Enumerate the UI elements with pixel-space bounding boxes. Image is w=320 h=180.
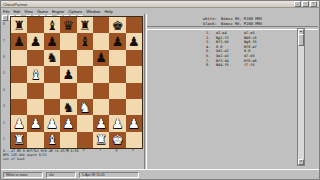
square-a1[interactable]: ♜ <box>11 132 27 148</box>
square-h2[interactable]: ♟ <box>126 115 142 131</box>
move-list[interactable]: 1.e2-e4e7-e52.Ng1-f3Nb8-c63.Bf1-b5Ng8-f6… <box>206 31 306 68</box>
square-c2[interactable]: ♟ <box>44 115 60 131</box>
square-h4[interactable] <box>126 83 142 99</box>
piece-black-rook: ♜ <box>79 19 91 32</box>
piece-white-pawn: ♟ <box>46 117 58 130</box>
square-d5[interactable]: ♟ <box>60 66 76 82</box>
square-e6[interactable] <box>77 50 93 66</box>
piece-black-knight: ♞ <box>63 101 75 114</box>
square-a2[interactable]: ♟ <box>11 115 27 131</box>
square-e1[interactable] <box>77 132 93 148</box>
piece-black-queen: ♛ <box>63 19 75 32</box>
square-g6[interactable] <box>109 50 125 66</box>
square-b3[interactable] <box>27 99 43 115</box>
square-b2[interactable]: ♟ <box>27 115 43 131</box>
square-d8[interactable]: ♛ <box>60 17 76 33</box>
menu-help[interactable]: Help <box>104 9 112 14</box>
square-c1[interactable]: ♝ <box>44 132 60 148</box>
square-f7[interactable] <box>93 33 109 49</box>
square-f2[interactable]: ♟ <box>93 115 109 131</box>
square-c6[interactable]: ♞ <box>44 50 60 66</box>
notation-panel-inner: white: Nimzo 98, P200 MMX black: Nimzo 9… <box>146 14 318 169</box>
square-b8[interactable] <box>27 17 43 33</box>
piece-white-bishop: ♝ <box>30 68 42 81</box>
window-title: ChessPartner <box>3 2 294 7</box>
square-b1[interactable] <box>27 132 43 148</box>
scroll-down-icon[interactable]: ▼ <box>298 159 304 165</box>
app-window: ChessPartner _□× FileEditViewGameEngineO… <box>0 0 320 180</box>
piece-black-pawn: ♟ <box>128 35 140 48</box>
square-c8[interactable]: ♝ <box>44 17 60 33</box>
piece-black-bishop: ♝ <box>79 35 91 48</box>
status-bar: White to moveelo:5-Apr-98 15:05 <box>1 169 319 179</box>
square-g7[interactable]: ♟ <box>109 33 125 49</box>
square-d7[interactable] <box>60 33 76 49</box>
menu-options[interactable]: Options <box>68 9 82 14</box>
move-number: 8. <box>206 63 216 68</box>
square-a8[interactable]: ♜ <box>11 17 27 33</box>
square-g5[interactable] <box>109 66 125 82</box>
square-b7[interactable]: ♟ <box>27 33 43 49</box>
square-d1[interactable] <box>60 132 76 148</box>
square-g1[interactable]: ♚ <box>109 132 125 148</box>
rank-label-8: 8 <box>3 16 9 32</box>
rank-label-6: 6 <box>3 49 9 65</box>
square-a4[interactable] <box>11 83 27 99</box>
move-row[interactable]: 8.Nd4-f5f7-f6 <box>206 63 306 68</box>
piece-white-bishop: ♝ <box>46 133 58 146</box>
square-d3[interactable]: ♞ <box>60 99 76 115</box>
square-e2[interactable] <box>77 115 93 131</box>
square-g2[interactable]: ♟ <box>109 115 125 131</box>
rank-labels: 87654321 <box>3 16 9 147</box>
square-f6[interactable]: ♟ <box>93 50 109 66</box>
piece-white-pawn: ♟ <box>13 117 25 130</box>
piece-white-knight: ♞ <box>79 101 91 114</box>
rank-label-4: 4 <box>3 82 9 98</box>
square-h7[interactable]: ♟ <box>126 33 142 49</box>
players-header: white: Nimzo 98, P200 MMX black: Nimzo 9… <box>203 16 262 26</box>
square-a7[interactable]: ♟ <box>11 33 27 49</box>
rank-label-3: 3 <box>3 98 9 114</box>
minimize-button[interactable]: _ <box>294 1 301 7</box>
chess-board[interactable]: ♜♝♛♜♚♟♟♟♝♟♟♞♟♝♟♞♞♟♟♟♟♟♟♟♜♝♜♚ <box>10 16 143 149</box>
menu-window[interactable]: Window <box>86 9 100 14</box>
piece-white-pawn: ♟ <box>95 117 107 130</box>
rank-label-7: 7 <box>3 32 9 48</box>
piece-white-pawn: ♟ <box>112 117 124 130</box>
square-d2[interactable]: ♟ <box>60 115 76 131</box>
menu-file[interactable]: File <box>3 9 9 14</box>
piece-white-pawn: ♟ <box>63 117 75 130</box>
square-c4[interactable] <box>44 83 60 99</box>
square-f1[interactable]: ♜ <box>93 132 109 148</box>
square-f3[interactable] <box>93 99 109 115</box>
square-e3[interactable]: ♞ <box>77 99 93 115</box>
square-f4[interactable] <box>93 83 109 99</box>
maximize-button[interactable]: □ <box>302 1 309 7</box>
square-e8[interactable]: ♜ <box>77 17 93 33</box>
square-c3[interactable] <box>44 99 60 115</box>
engine-output-line: out of book <box>3 158 143 162</box>
title-bar[interactable]: ChessPartner _□× <box>1 1 319 8</box>
square-b5[interactable]: ♝ <box>27 66 43 82</box>
square-a5[interactable] <box>11 66 27 82</box>
menu-view[interactable]: View <box>24 9 33 14</box>
rank-label-1: 1 <box>3 131 9 147</box>
square-b6[interactable] <box>27 50 43 66</box>
piece-white-rook: ♜ <box>13 133 25 146</box>
black-move[interactable]: f7-f6 <box>244 63 272 68</box>
piece-black-pawn: ♟ <box>30 35 42 48</box>
square-f8[interactable] <box>93 17 109 33</box>
menu-engine[interactable]: Engine <box>52 9 64 14</box>
square-h6[interactable] <box>126 50 142 66</box>
rank-label-2: 2 <box>3 114 9 130</box>
square-d4[interactable] <box>60 83 76 99</box>
square-g8[interactable]: ♚ <box>109 17 125 33</box>
piece-black-king: ♚ <box>112 19 124 32</box>
square-g4[interactable] <box>109 83 125 99</box>
engine-output: 8...d7-d5 9.Nf5-e3 Rf8-e8 +0.45/9 0:58NP… <box>3 150 143 162</box>
square-c5[interactable] <box>44 66 60 82</box>
square-h8[interactable] <box>126 17 142 33</box>
square-e4[interactable] <box>77 83 93 99</box>
piece-black-pawn: ♟ <box>46 35 58 48</box>
rank-label-5: 5 <box>3 65 9 81</box>
status-segment-2: 5-Apr-98 15:05 <box>79 172 139 178</box>
piece-black-knight: ♞ <box>46 51 58 64</box>
square-c7[interactable]: ♟ <box>44 33 60 49</box>
close-button[interactable]: × <box>310 1 317 7</box>
piece-white-king: ♚ <box>112 133 124 146</box>
window-buttons: _□× <box>294 1 317 7</box>
status-segment-0: White to move <box>3 172 43 178</box>
square-d6[interactable] <box>60 50 76 66</box>
notation-panel: white: Nimzo 98, P200 MMX black: Nimzo 9… <box>144 14 318 169</box>
move-list-scrollbar[interactable]: ▲ ▼ <box>297 28 305 166</box>
status-segment-1: elo: <box>46 172 76 178</box>
square-a3[interactable] <box>11 99 27 115</box>
square-b4[interactable] <box>27 83 43 99</box>
square-h1[interactable] <box>126 132 142 148</box>
piece-black-pawn: ♟ <box>112 35 124 48</box>
square-h3[interactable] <box>126 99 142 115</box>
piece-white-pawn: ♟ <box>128 117 140 130</box>
piece-black-bishop: ♝ <box>46 19 58 32</box>
piece-black-pawn: ♟ <box>63 68 75 81</box>
square-e5[interactable] <box>77 66 93 82</box>
piece-white-pawn: ♟ <box>30 117 42 130</box>
piece-black-pawn: ♟ <box>95 51 107 64</box>
piece-white-rook: ♜ <box>95 133 107 146</box>
piece-black-pawn: ♟ <box>13 35 25 48</box>
square-a6[interactable] <box>11 50 27 66</box>
piece-black-rook: ♜ <box>13 19 25 32</box>
square-f5[interactable] <box>93 66 109 82</box>
scrollbar-thumb[interactable] <box>298 34 304 46</box>
white-move[interactable]: Nd4-f5 <box>216 63 244 68</box>
panel-divider <box>147 26 318 30</box>
square-e7[interactable]: ♝ <box>77 33 93 49</box>
square-h5[interactable] <box>126 66 142 82</box>
menu-edit[interactable]: Edit <box>13 9 20 14</box>
menu-game[interactable]: Game <box>37 9 48 14</box>
square-g3[interactable] <box>109 99 125 115</box>
